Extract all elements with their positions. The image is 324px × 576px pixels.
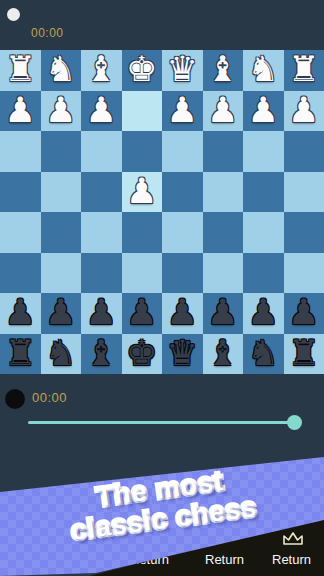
square-c7[interactable]: ♟ bbox=[203, 293, 244, 334]
square-h4[interactable] bbox=[0, 172, 41, 213]
square-c1[interactable]: ♝ bbox=[203, 50, 244, 91]
replay-slider-thumb[interactable] bbox=[287, 415, 302, 430]
square-f8[interactable]: ♝ bbox=[81, 334, 122, 375]
square-a7[interactable]: ♟ bbox=[284, 293, 324, 334]
square-h3[interactable] bbox=[0, 131, 41, 172]
black-king[interactable]: ♚ bbox=[126, 333, 157, 373]
square-e3[interactable] bbox=[122, 131, 163, 172]
square-c3[interactable] bbox=[203, 131, 244, 172]
black-pawn[interactable]: ♟ bbox=[126, 292, 157, 332]
square-h5[interactable] bbox=[0, 212, 41, 253]
square-a1[interactable]: ♜ bbox=[284, 50, 324, 91]
black-pawn[interactable]: ♟ bbox=[288, 292, 319, 332]
square-g5[interactable] bbox=[41, 212, 82, 253]
white-player-clock: 00:00 bbox=[31, 26, 64, 40]
black-pawn[interactable]: ♟ bbox=[86, 292, 117, 332]
promo-banner-zone: Return Return Return The most classic ch… bbox=[0, 440, 324, 576]
white-pawn[interactable]: ♟ bbox=[207, 90, 238, 130]
square-e1[interactable]: ♚ bbox=[122, 50, 163, 91]
white-pawn[interactable]: ♟ bbox=[167, 90, 198, 130]
square-b5[interactable] bbox=[243, 212, 284, 253]
square-a2[interactable]: ♟ bbox=[284, 91, 324, 132]
chess-board[interactable]: ♜♞♝♚♛♝♞♜♟♟♟♟♟♟♟♟♟♟♟♟♟♟♟♟♜♞♝♚♛♝♞♜ bbox=[0, 50, 324, 374]
square-d7[interactable]: ♟ bbox=[162, 293, 203, 334]
square-g8[interactable]: ♞ bbox=[41, 334, 82, 375]
square-g2[interactable]: ♟ bbox=[41, 91, 82, 132]
square-d1[interactable]: ♛ bbox=[162, 50, 203, 91]
square-e8[interactable]: ♚ bbox=[122, 334, 163, 375]
square-a5[interactable] bbox=[284, 212, 324, 253]
square-d4[interactable] bbox=[162, 172, 203, 213]
white-bishop[interactable]: ♝ bbox=[86, 49, 117, 89]
square-g3[interactable] bbox=[41, 131, 82, 172]
square-h8[interactable]: ♜ bbox=[0, 334, 41, 375]
black-pawn[interactable]: ♟ bbox=[207, 292, 238, 332]
black-pawn[interactable]: ♟ bbox=[167, 292, 198, 332]
square-d3[interactable] bbox=[162, 131, 203, 172]
square-d6[interactable] bbox=[162, 253, 203, 294]
replay-slider-track[interactable] bbox=[28, 421, 296, 424]
square-c8[interactable]: ♝ bbox=[203, 334, 244, 375]
square-e7[interactable]: ♟ bbox=[122, 293, 163, 334]
white-queen[interactable]: ♛ bbox=[167, 49, 198, 89]
square-h2[interactable]: ♟ bbox=[0, 91, 41, 132]
square-f7[interactable]: ♟ bbox=[81, 293, 122, 334]
square-d8[interactable]: ♛ bbox=[162, 334, 203, 375]
square-a4[interactable] bbox=[284, 172, 324, 213]
square-d5[interactable] bbox=[162, 212, 203, 253]
black-rook[interactable]: ♜ bbox=[288, 333, 319, 373]
square-b1[interactable]: ♞ bbox=[243, 50, 284, 91]
square-b3[interactable] bbox=[243, 131, 284, 172]
black-knight[interactable]: ♞ bbox=[248, 333, 279, 373]
black-bishop[interactable]: ♝ bbox=[207, 333, 238, 373]
square-g1[interactable]: ♞ bbox=[41, 50, 82, 91]
white-player-indicator bbox=[7, 8, 20, 21]
square-f5[interactable] bbox=[81, 212, 122, 253]
return-button-3[interactable]: Return bbox=[272, 552, 311, 567]
square-g4[interactable] bbox=[41, 172, 82, 213]
black-pawn[interactable]: ♟ bbox=[248, 292, 279, 332]
white-pawn[interactable]: ♟ bbox=[45, 90, 76, 130]
square-c4[interactable] bbox=[203, 172, 244, 213]
square-c2[interactable]: ♟ bbox=[203, 91, 244, 132]
square-f4[interactable] bbox=[81, 172, 122, 213]
square-h1[interactable]: ♜ bbox=[0, 50, 41, 91]
square-a3[interactable] bbox=[284, 131, 324, 172]
return-button-2[interactable]: Return bbox=[205, 552, 244, 567]
square-f1[interactable]: ♝ bbox=[81, 50, 122, 91]
square-f3[interactable] bbox=[81, 131, 122, 172]
white-knight[interactable]: ♞ bbox=[248, 49, 279, 89]
square-b4[interactable] bbox=[243, 172, 284, 213]
square-e2[interactable] bbox=[122, 91, 163, 132]
black-player-indicator bbox=[5, 389, 25, 409]
square-a6[interactable] bbox=[284, 253, 324, 294]
square-e6[interactable] bbox=[122, 253, 163, 294]
chess-app-screen: 00:00 ♜♞♝♚♛♝♞♜♟♟♟♟♟♟♟♟♟♟♟♟♟♟♟♟♜♞♝♚♛♝♞♜ 0… bbox=[0, 0, 324, 576]
square-b2[interactable]: ♟ bbox=[243, 91, 284, 132]
white-pawn[interactable]: ♟ bbox=[126, 171, 157, 211]
white-pawn[interactable]: ♟ bbox=[5, 90, 36, 130]
black-bishop[interactable]: ♝ bbox=[86, 333, 117, 373]
white-rook[interactable]: ♜ bbox=[288, 49, 319, 89]
square-b7[interactable]: ♟ bbox=[243, 293, 284, 334]
square-c5[interactable] bbox=[203, 212, 244, 253]
white-knight[interactable]: ♞ bbox=[45, 49, 76, 89]
square-f6[interactable] bbox=[81, 253, 122, 294]
black-knight[interactable]: ♞ bbox=[45, 333, 76, 373]
square-h7[interactable]: ♟ bbox=[0, 293, 41, 334]
black-pawn[interactable]: ♟ bbox=[5, 292, 36, 332]
black-rook[interactable]: ♜ bbox=[5, 333, 36, 373]
white-rook[interactable]: ♜ bbox=[5, 49, 36, 89]
square-h6[interactable] bbox=[0, 253, 41, 294]
white-pawn[interactable]: ♟ bbox=[86, 90, 117, 130]
black-queen[interactable]: ♛ bbox=[167, 333, 198, 373]
square-b6[interactable] bbox=[243, 253, 284, 294]
white-king[interactable]: ♚ bbox=[126, 49, 157, 89]
black-player-clock: 00:00 bbox=[32, 390, 67, 405]
square-b8[interactable]: ♞ bbox=[243, 334, 284, 375]
white-pawn[interactable]: ♟ bbox=[288, 90, 319, 130]
square-c6[interactable] bbox=[203, 253, 244, 294]
square-g7[interactable]: ♟ bbox=[41, 293, 82, 334]
square-f2[interactable]: ♟ bbox=[81, 91, 122, 132]
square-a8[interactable]: ♜ bbox=[284, 334, 324, 375]
square-e5[interactable] bbox=[122, 212, 163, 253]
square-e4[interactable]: ♟ bbox=[122, 172, 163, 213]
white-bishop[interactable]: ♝ bbox=[207, 49, 238, 89]
square-d2[interactable]: ♟ bbox=[162, 91, 203, 132]
square-g6[interactable] bbox=[41, 253, 82, 294]
black-pawn[interactable]: ♟ bbox=[45, 292, 76, 332]
white-pawn[interactable]: ♟ bbox=[248, 90, 279, 130]
crown-icon bbox=[282, 531, 304, 546]
